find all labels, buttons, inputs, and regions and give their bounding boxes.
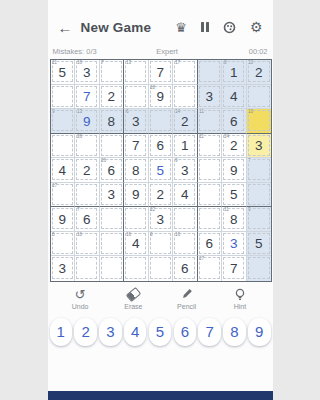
- cell-r4c9[interactable]: 3: [247, 134, 272, 159]
- cage-border: [101, 233, 122, 254]
- cage-border: [150, 257, 171, 279]
- cell-r2c4[interactable]: [124, 85, 149, 110]
- cage-sum: 17: [52, 183, 57, 188]
- cell-digit: 6: [230, 115, 238, 129]
- cell-r4c1[interactable]: [51, 134, 76, 159]
- cell-digit: 7: [156, 66, 164, 80]
- cage-sum: 24: [224, 134, 229, 139]
- cage-border: [101, 135, 122, 156]
- cell-r8c2[interactable]: 16: [75, 232, 100, 257]
- cell-r5c3[interactable]: 266: [100, 158, 125, 183]
- app-screen: ← New Game ♛ ⚙ Mistakes: 0/3 Expert 00:0…: [48, 0, 273, 400]
- cage-sum: 26: [101, 158, 106, 163]
- undo-icon: ↺: [75, 288, 86, 301]
- cell-r7c3[interactable]: [100, 207, 125, 232]
- cell-r3c8[interactable]: 6: [222, 109, 247, 134]
- cage-border: [248, 208, 270, 229]
- cell-r6c7[interactable]: [198, 183, 223, 208]
- cell-digit: 3: [58, 262, 66, 276]
- cell-digit: 2: [230, 139, 238, 153]
- cell-r2c8[interactable]: 4: [222, 85, 247, 110]
- cell-digit: 8: [132, 164, 140, 178]
- cell-r8c3[interactable]: [100, 232, 125, 257]
- numpad-button-5[interactable]: 5: [149, 318, 172, 346]
- cell-r7c7[interactable]: [198, 207, 223, 232]
- cage-sum: 9: [175, 158, 178, 163]
- cage-sum: 11: [52, 60, 57, 65]
- cage-sum: 12: [150, 207, 155, 212]
- cell-digit: 9: [156, 90, 164, 104]
- cell-digit: 2: [107, 90, 115, 104]
- cage-sum: 9: [248, 207, 251, 212]
- hint-label: Hint: [234, 303, 246, 310]
- crown-icon[interactable]: ♛: [175, 21, 187, 34]
- cell-r5c2[interactable]: 2: [75, 158, 100, 183]
- undo-button[interactable]: ↺Undo: [63, 288, 97, 310]
- cell-r9c2[interactable]: [75, 256, 100, 281]
- cell-r2c3[interactable]: 2: [100, 85, 125, 110]
- cage-sum: 6: [126, 109, 129, 114]
- cell-r7c6[interactable]: [173, 207, 198, 232]
- cell-r2c6[interactable]: [173, 85, 198, 110]
- cell-r6c8[interactable]: 5: [222, 183, 247, 208]
- cell-r3c9[interactable]: 10: [247, 109, 272, 134]
- cage-sum: 9: [150, 232, 153, 237]
- timer-label: 00:02: [238, 47, 268, 56]
- sudoku-board: 1151637137178110272189349139863142116102…: [50, 59, 273, 282]
- cage-sum: 16: [175, 232, 180, 237]
- cell-r9c4[interactable]: [124, 256, 149, 281]
- cell-digit: 3: [107, 188, 115, 202]
- back-icon[interactable]: ←: [58, 20, 73, 35]
- cell-digit: 5: [58, 66, 66, 80]
- cage-border: [248, 257, 270, 279]
- cage-sum: 10: [248, 109, 253, 114]
- numpad-button-6[interactable]: 6: [174, 318, 197, 346]
- cell-r9c7[interactable]: 17: [198, 256, 223, 281]
- cage-sum: 8: [224, 60, 227, 65]
- cell-digit: 8: [230, 213, 238, 227]
- numpad-button-3[interactable]: 3: [99, 318, 122, 346]
- cell-r7c9[interactable]: 9: [247, 207, 272, 232]
- cage-sum: 17: [199, 256, 204, 261]
- cell-r8c6[interactable]: 16: [173, 232, 198, 257]
- cage-sum: 11: [224, 207, 229, 212]
- cell-digit: 3: [132, 115, 140, 129]
- cell-digit: 1: [230, 66, 238, 80]
- pencil-label: Pencil: [177, 303, 196, 310]
- undo-label: Undo: [72, 303, 89, 310]
- cell-r9c9[interactable]: [247, 256, 272, 281]
- cage-border: [174, 208, 195, 229]
- cell-r1c1[interactable]: 115: [51, 60, 76, 85]
- cage-border: [52, 110, 73, 131]
- numpad-button-4[interactable]: 4: [124, 318, 147, 346]
- cell-r3c7[interactable]: 11: [198, 109, 223, 134]
- cell-r5c6[interactable]: 93: [173, 158, 198, 183]
- cell-r5c7[interactable]: [198, 158, 223, 183]
- cell-r3c3[interactable]: 8: [100, 109, 125, 134]
- cage-border: [174, 86, 195, 107]
- cell-r4c6[interactable]: 1: [173, 134, 198, 159]
- cell-r3c6[interactable]: 142: [173, 109, 198, 134]
- cage-sum: 26: [77, 134, 82, 139]
- cell-r5c5[interactable]: 5: [149, 158, 174, 183]
- cage-border: [248, 159, 270, 180]
- pause-icon[interactable]: [201, 22, 209, 32]
- cell-digit: 5: [230, 188, 238, 202]
- cell-digit: 2: [156, 188, 164, 202]
- cell-r4c3[interactable]: [100, 134, 125, 159]
- cell-r8c1[interactable]: 5: [51, 232, 76, 257]
- cell-r2c9[interactable]: [247, 85, 272, 110]
- cell-r1c4[interactable]: 13: [124, 60, 149, 85]
- cage-border: [199, 159, 220, 180]
- cell-r6c6[interactable]: 4: [173, 183, 198, 208]
- cell-digit: 3: [255, 139, 263, 153]
- cell-digit: 5: [156, 164, 164, 178]
- hint-button[interactable]: Hint: [223, 288, 257, 310]
- cell-r7c1[interactable]: 9: [51, 207, 76, 232]
- cage-sum: 14: [175, 109, 180, 114]
- cell-r4c4[interactable]: 7: [124, 134, 149, 159]
- cell-r9c1[interactable]: 3: [51, 256, 76, 281]
- cage-sum: 16: [126, 232, 131, 237]
- cell-digit: 6: [181, 262, 189, 276]
- cell-r8c7[interactable]: 6: [198, 232, 223, 257]
- cage-border: [125, 86, 146, 107]
- cell-digit: 6: [156, 139, 164, 153]
- bottom-bar: [48, 391, 273, 400]
- cage-sum: 5: [52, 232, 55, 237]
- cell-digit: 6: [107, 164, 115, 178]
- cell-r4c2[interactable]: 26: [75, 134, 100, 159]
- cage-border: [248, 86, 270, 107]
- cell-r6c9[interactable]: [247, 183, 272, 208]
- cell-digit: 4: [132, 237, 140, 251]
- cage-sum: 13: [126, 60, 131, 65]
- cell-r8c5[interactable]: 9: [149, 232, 174, 257]
- cell-digit: 2: [181, 115, 189, 129]
- cell-r6c1[interactable]: 17: [51, 183, 76, 208]
- cage-border: [199, 184, 220, 205]
- cell-digit: 3: [156, 213, 164, 227]
- numpad: 123456789: [50, 318, 271, 346]
- cell-digit: 9: [58, 213, 66, 227]
- cell-r2c1[interactable]: [51, 85, 76, 110]
- cell-r1c3[interactable]: 7: [100, 60, 125, 85]
- cage-border: [199, 61, 220, 82]
- cell-digit: 3: [205, 90, 213, 104]
- pencil-button[interactable]: Pencil: [170, 288, 204, 310]
- cage-border: [199, 208, 220, 229]
- cell-r1c8[interactable]: 81: [222, 60, 247, 85]
- cell-r4c7[interactable]: 11: [198, 134, 223, 159]
- cage-border: [52, 233, 73, 254]
- cell-r3c4[interactable]: 63: [124, 109, 149, 134]
- pencil-icon: [181, 288, 193, 301]
- cage-border: [101, 61, 122, 82]
- cell-digit: 5: [255, 237, 263, 251]
- cell-r1c2[interactable]: 163: [75, 60, 100, 85]
- cell-r2c2[interactable]: 7: [75, 85, 100, 110]
- cell-digit: 6: [205, 237, 213, 251]
- cage-border: [101, 208, 122, 229]
- cell-r5c1[interactable]: 4: [51, 158, 76, 183]
- cell-digit: 1: [181, 139, 189, 153]
- cell-r8c4[interactable]: 164: [124, 232, 149, 257]
- cage-sum: 13: [77, 109, 82, 114]
- cage-border: [125, 208, 146, 229]
- cell-r7c4[interactable]: [124, 207, 149, 232]
- erase-label: Erase: [124, 303, 142, 310]
- cage-sum: 7: [248, 158, 251, 163]
- cell-r5c8[interactable]: 9: [222, 158, 247, 183]
- cell-r8c9[interactable]: 5: [247, 232, 272, 257]
- cell-digit: 7: [230, 262, 238, 276]
- cell-digit: 2: [83, 164, 91, 178]
- cage-sum: 17: [175, 60, 180, 65]
- cell-r9c5[interactable]: [149, 256, 174, 281]
- cell-r7c2[interactable]: 76: [75, 207, 100, 232]
- cell-digit: 7: [132, 139, 140, 153]
- cell-digit: 3: [83, 66, 91, 80]
- cage-sum: 16: [77, 60, 82, 65]
- cell-r2c7[interactable]: 3: [198, 85, 223, 110]
- cell-r9c8[interactable]: 7: [222, 256, 247, 281]
- cage-sum: 7: [101, 60, 104, 65]
- difficulty-label: Expert: [97, 47, 238, 56]
- cell-r1c5[interactable]: 7: [149, 60, 174, 85]
- hint-icon: [234, 288, 246, 301]
- cell-r7c8[interactable]: 118: [222, 207, 247, 232]
- cell-r9c6[interactable]: 6: [173, 256, 198, 281]
- cage-border: [101, 257, 122, 279]
- cell-digit: 4: [230, 90, 238, 104]
- cell-digit: 9: [230, 164, 238, 178]
- cage-border: [150, 110, 171, 131]
- numpad-button-7[interactable]: 7: [198, 318, 221, 346]
- cage-sum: 11: [199, 134, 204, 139]
- cell-r3c1[interactable]: 9: [51, 109, 76, 134]
- cage-border: [76, 184, 97, 205]
- cell-digit: 9: [132, 188, 140, 202]
- cage-sum: 9: [52, 109, 55, 114]
- cell-digit: 8: [107, 115, 115, 129]
- cell-r2c5[interactable]: 189: [149, 85, 174, 110]
- toolbar: ↺UndoErasePencilHint: [48, 288, 273, 310]
- erase-icon: [127, 288, 140, 301]
- cage-sum: 10: [248, 60, 253, 65]
- cell-r4c5[interactable]: 6: [149, 134, 174, 159]
- cell-digit: 6: [83, 213, 91, 227]
- cage-sum: 7: [77, 207, 80, 212]
- cell-r5c4[interactable]: 8: [124, 158, 149, 183]
- cage-sum: 11: [199, 109, 204, 114]
- cell-digit: 9: [83, 115, 91, 129]
- cell-digit: 2: [255, 66, 263, 80]
- cell-r6c5[interactable]: 2: [149, 183, 174, 208]
- cell-r6c4[interactable]: 9: [124, 183, 149, 208]
- cell-r1c6[interactable]: 17: [173, 60, 198, 85]
- cell-r3c2[interactable]: 139: [75, 109, 100, 134]
- cell-r4c8[interactable]: 242: [222, 134, 247, 159]
- palette-icon[interactable]: [223, 21, 236, 34]
- cage-border: [76, 257, 97, 279]
- erase-button[interactable]: Erase: [116, 288, 150, 310]
- cell-r6c2[interactable]: [75, 183, 100, 208]
- cage-border: [52, 135, 73, 156]
- numpad-button-1[interactable]: 1: [50, 318, 73, 346]
- cell-r1c7[interactable]: [198, 60, 223, 85]
- numpad-button-8[interactable]: 8: [223, 318, 246, 346]
- cell-digit: 4: [181, 188, 189, 202]
- cell-r6c3[interactable]: 3: [100, 183, 125, 208]
- cage-border: [52, 86, 73, 107]
- cell-r3c5[interactable]: [149, 109, 174, 134]
- cage-sum: 16: [77, 232, 82, 237]
- cage-border: [125, 257, 146, 279]
- page-title: New Game: [81, 20, 152, 35]
- numpad-button-2[interactable]: 2: [74, 318, 97, 346]
- cell-digit: 3: [181, 164, 189, 178]
- cell-r1c9[interactable]: 102: [247, 60, 272, 85]
- cell-digit: 7: [83, 90, 91, 104]
- cell-digit: 3: [230, 237, 238, 251]
- numpad-button-9[interactable]: 9: [248, 318, 271, 346]
- cell-r8c8[interactable]: 3: [222, 232, 247, 257]
- cage-border: [150, 233, 171, 254]
- cell-r9c3[interactable]: [100, 256, 125, 281]
- cell-digit: 4: [58, 164, 66, 178]
- cell-r7c5[interactable]: 123: [149, 207, 174, 232]
- status-row: Mistakes: 0/3 Expert 00:02: [48, 40, 273, 59]
- mistakes-label: Mistakes: 0/3: [53, 47, 97, 56]
- cage-border: [248, 184, 270, 205]
- app-bar: ← New Game ♛ ⚙: [48, 0, 273, 40]
- gear-icon[interactable]: ⚙: [250, 20, 263, 34]
- cage-sum: 18: [150, 85, 155, 90]
- cell-r5c9[interactable]: 7: [247, 158, 272, 183]
